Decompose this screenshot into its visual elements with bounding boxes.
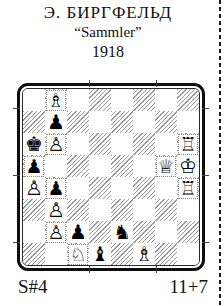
square-e2: ♞	[111, 221, 133, 243]
author-name: Э. БИРГФЕЛЬД	[0, 3, 216, 23]
black-bishop: ♝	[91, 243, 109, 265]
square-e8	[111, 89, 133, 111]
square-e1	[111, 243, 133, 265]
black-knight: ♞	[113, 221, 131, 243]
square-g6	[155, 133, 177, 155]
square-c2: ♟	[67, 221, 89, 243]
square-c1: ♘	[67, 243, 89, 265]
square-h5: ♔	[177, 155, 199, 177]
square-b7: ♟	[45, 111, 67, 133]
frame-joint-tick	[13, 108, 20, 109]
square-c7	[67, 111, 89, 133]
white-knight: ♘	[68, 244, 88, 265]
square-h1	[177, 243, 199, 265]
square-h3	[177, 199, 199, 221]
square-f7	[133, 111, 155, 133]
square-g8	[155, 89, 177, 111]
square-e4	[111, 177, 133, 199]
square-b2: ♙	[45, 221, 67, 243]
problem-header: Э. БИРГФЕЛЬД “Sammler” 1918	[0, 3, 216, 62]
square-h7	[177, 111, 199, 133]
square-a8	[23, 89, 45, 111]
black-pawn: ♟	[47, 111, 65, 133]
square-d4	[89, 177, 111, 199]
square-a7	[23, 111, 45, 133]
frame-joint-tick	[13, 242, 20, 243]
square-b8: ♗	[45, 89, 67, 111]
square-c6	[67, 133, 89, 155]
square-g3	[155, 199, 177, 221]
square-d5	[89, 155, 111, 177]
square-c8	[67, 89, 89, 111]
frame-joint-tick	[89, 80, 90, 87]
frame-joint-tick	[156, 80, 157, 87]
square-e5	[111, 155, 133, 177]
square-f1: ♗	[133, 243, 155, 265]
square-c4	[67, 177, 89, 199]
board-inner-border: ♗♟♚♙♖♟♕♔♙♟♖♙♙♟♞♘♝♗	[22, 88, 200, 266]
square-e6	[111, 133, 133, 155]
square-d1: ♝	[89, 243, 111, 265]
black-pawn: ♟	[69, 221, 87, 243]
white-pawn: ♙	[47, 199, 65, 221]
frame-joint-tick	[13, 175, 20, 176]
square-d2	[89, 221, 111, 243]
square-a5: ♟	[23, 155, 45, 177]
square-f2	[133, 221, 155, 243]
publication-year: 1918	[0, 42, 216, 62]
square-e7	[111, 111, 133, 133]
frame-joint-tick	[89, 266, 90, 273]
white-bishop: ♗	[135, 243, 153, 265]
square-h2	[177, 221, 199, 243]
square-a6: ♚	[23, 133, 45, 155]
square-c5	[67, 155, 89, 177]
black-pawn: ♟	[24, 156, 44, 177]
white-rook: ♖	[178, 134, 198, 155]
white-pawn: ♙	[46, 134, 66, 155]
square-f5	[133, 155, 155, 177]
white-rook: ♖	[178, 178, 198, 199]
square-g7	[155, 111, 177, 133]
frame-joint-tick	[156, 266, 157, 273]
square-a1	[23, 243, 45, 265]
white-king: ♔	[179, 155, 197, 177]
white-queen: ♕	[156, 156, 176, 177]
square-a4: ♙	[23, 177, 45, 199]
square-c3	[67, 199, 89, 221]
square-g5: ♕	[155, 155, 177, 177]
page-cut-dashed-line	[219, 0, 221, 306]
square-h8	[177, 89, 199, 111]
caption-row: S#4 11+7	[0, 275, 218, 299]
square-d3	[89, 199, 111, 221]
square-a2	[23, 221, 45, 243]
white-bishop: ♗	[46, 90, 66, 111]
square-b1	[45, 243, 67, 265]
square-d8	[89, 89, 111, 111]
source-name: “Sammler”	[0, 23, 216, 42]
square-b3: ♙	[45, 199, 67, 221]
black-king: ♚	[25, 133, 43, 155]
stipulation-label: S#4	[18, 275, 48, 299]
square-a3	[23, 199, 45, 221]
square-f8	[133, 89, 155, 111]
square-h4: ♖	[177, 177, 199, 199]
square-f6	[133, 133, 155, 155]
square-d7	[89, 111, 111, 133]
square-g1	[155, 243, 177, 265]
chessboard: ♗♟♚♙♖♟♕♔♙♟♖♙♙♟♞♘♝♗	[23, 89, 199, 265]
square-e3	[111, 199, 133, 221]
white-pawn: ♙	[46, 222, 66, 243]
square-b4: ♟	[45, 177, 67, 199]
square-d6	[89, 133, 111, 155]
frame-joint-tick	[202, 175, 209, 176]
material-count-label: 11+7	[169, 275, 208, 299]
square-h6: ♖	[177, 133, 199, 155]
square-f3	[133, 199, 155, 221]
frame-joint-tick	[202, 242, 209, 243]
square-g2	[155, 221, 177, 243]
frame-joint-tick	[202, 108, 209, 109]
black-pawn: ♟	[46, 178, 66, 199]
square-b6: ♙	[45, 133, 67, 155]
square-b5	[45, 155, 67, 177]
square-g4	[155, 177, 177, 199]
white-pawn: ♙	[25, 177, 43, 199]
board-frame: ♗♟♚♙♖♟♕♔♙♟♖♙♙♟♞♘♝♗	[17, 83, 205, 271]
square-f4	[133, 177, 155, 199]
